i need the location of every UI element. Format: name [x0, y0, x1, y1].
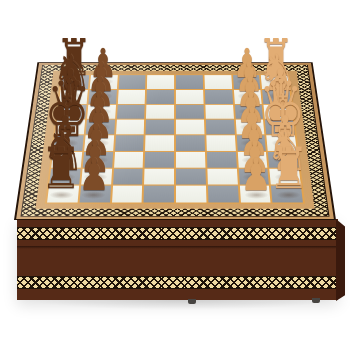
- square[interactable]: [208, 186, 239, 203]
- square[interactable]: [207, 152, 237, 168]
- square[interactable]: [117, 104, 145, 118]
- square[interactable]: [207, 168, 237, 184]
- square[interactable]: [204, 75, 231, 88]
- piece-black-rook[interactable]: ♜: [41, 140, 82, 197]
- piece-white-pawn[interactable]: ♟: [240, 152, 271, 197]
- square[interactable]: [205, 104, 233, 118]
- inlay-band-lower: [17, 276, 338, 289]
- square[interactable]: [114, 152, 144, 168]
- square[interactable]: [147, 75, 174, 88]
- square[interactable]: [146, 120, 174, 135]
- piece-black-pawn[interactable]: ♟: [78, 152, 109, 197]
- square[interactable]: [146, 104, 174, 118]
- square[interactable]: [176, 152, 205, 168]
- square[interactable]: [115, 135, 144, 150]
- piece-white-rook[interactable]: ♜: [268, 140, 309, 197]
- square[interactable]: [144, 168, 174, 184]
- square[interactable]: [176, 75, 203, 88]
- square[interactable]: [147, 90, 174, 104]
- square[interactable]: [145, 152, 174, 168]
- lid-seam: [17, 246, 338, 249]
- square[interactable]: [112, 186, 143, 203]
- square[interactable]: [205, 90, 233, 104]
- square[interactable]: [206, 135, 235, 150]
- square[interactable]: [176, 186, 206, 203]
- square[interactable]: [145, 135, 174, 150]
- box-foot: [188, 299, 196, 304]
- inlay-band-upper: [17, 227, 338, 240]
- box-foot: [312, 298, 320, 303]
- square[interactable]: [176, 168, 206, 184]
- square[interactable]: [206, 120, 235, 135]
- square[interactable]: [117, 90, 145, 104]
- square[interactable]: [116, 120, 145, 135]
- box-front: [17, 219, 338, 300]
- square[interactable]: [113, 168, 143, 184]
- square[interactable]: [176, 120, 204, 135]
- square[interactable]: [176, 104, 204, 118]
- square[interactable]: [118, 75, 145, 88]
- chess-box-scene: ♜♟♟♜♞♟♟♞♝♟♟♝♛♟♟♛♚♟♟♚♝♟♟♝♞♟♟♞♜♟♟♜: [0, 0, 350, 350]
- box-side-right: [336, 219, 345, 301]
- square[interactable]: [176, 90, 203, 104]
- square[interactable]: [176, 135, 205, 150]
- square[interactable]: [144, 186, 174, 203]
